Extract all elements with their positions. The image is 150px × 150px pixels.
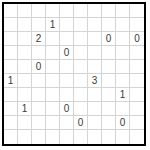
cell-r6c5[interactable] <box>74 88 88 102</box>
cell-r5c3[interactable] <box>46 74 60 88</box>
cell-r1c8[interactable] <box>116 18 130 32</box>
cell-r0c7[interactable] <box>102 4 116 18</box>
cell-r9c9[interactable] <box>130 130 144 144</box>
cell-r0c5[interactable] <box>74 4 88 18</box>
cell-r4c3[interactable] <box>46 60 60 74</box>
clue-cell-r2c2: 2 <box>32 32 46 46</box>
cell-r6c1[interactable] <box>18 88 32 102</box>
cell-r1c2[interactable] <box>32 18 46 32</box>
cell-r2c1[interactable] <box>18 32 32 46</box>
cell-r5c9[interactable] <box>130 74 144 88</box>
cell-r3c0[interactable] <box>4 46 18 60</box>
cell-r9c6[interactable] <box>88 130 102 144</box>
clue-cell-r8c5: 0 <box>74 116 88 130</box>
cell-r3c7[interactable] <box>102 46 116 60</box>
cell-r9c4[interactable] <box>60 130 74 144</box>
cell-r5c5[interactable] <box>74 74 88 88</box>
minesweeper-board: 1200001311000 <box>2 2 146 146</box>
cell-r0c4[interactable] <box>60 4 74 18</box>
cell-r9c3[interactable] <box>46 130 60 144</box>
cell-r7c6[interactable] <box>88 102 102 116</box>
cell-r7c3[interactable] <box>46 102 60 116</box>
cell-r5c2[interactable] <box>32 74 46 88</box>
clue-cell-r5c6: 3 <box>88 74 102 88</box>
cell-r3c9[interactable] <box>130 46 144 60</box>
cell-r2c3[interactable] <box>46 32 60 46</box>
cell-r6c4[interactable] <box>60 88 74 102</box>
cell-r9c0[interactable] <box>4 130 18 144</box>
cell-r7c8[interactable] <box>116 102 130 116</box>
cell-r9c2[interactable] <box>32 130 46 144</box>
cell-r5c8[interactable] <box>116 74 130 88</box>
cell-r8c3[interactable] <box>46 116 60 130</box>
cell-r8c0[interactable] <box>4 116 18 130</box>
cell-r7c9[interactable] <box>130 102 144 116</box>
cell-r8c2[interactable] <box>32 116 46 130</box>
cell-r7c7[interactable] <box>102 102 116 116</box>
cell-r1c0[interactable] <box>4 18 18 32</box>
cell-r2c6[interactable] <box>88 32 102 46</box>
cell-r6c9[interactable] <box>130 88 144 102</box>
clue-cell-r5c0: 1 <box>4 74 18 88</box>
clue-cell-r2c7: 0 <box>102 32 116 46</box>
cell-r3c1[interactable] <box>18 46 32 60</box>
cell-r7c5[interactable] <box>74 102 88 116</box>
cell-r4c8[interactable] <box>116 60 130 74</box>
clue-cell-r7c1: 1 <box>18 102 32 116</box>
clue-cell-r6c8: 1 <box>116 88 130 102</box>
cell-r9c5[interactable] <box>74 130 88 144</box>
cell-r3c6[interactable] <box>88 46 102 60</box>
cell-r8c7[interactable] <box>102 116 116 130</box>
clue-cell-r3c4: 0 <box>60 46 74 60</box>
cell-r1c7[interactable] <box>102 18 116 32</box>
cell-r7c0[interactable] <box>4 102 18 116</box>
cell-r9c8[interactable] <box>116 130 130 144</box>
cell-r1c4[interactable] <box>60 18 74 32</box>
cell-r0c2[interactable] <box>32 4 46 18</box>
cell-r3c2[interactable] <box>32 46 46 60</box>
cell-r6c3[interactable] <box>46 88 60 102</box>
clue-cell-r1c3: 1 <box>46 18 60 32</box>
cell-r4c5[interactable] <box>74 60 88 74</box>
cell-r4c7[interactable] <box>102 60 116 74</box>
cell-r1c1[interactable] <box>18 18 32 32</box>
cell-r3c8[interactable] <box>116 46 130 60</box>
clue-cell-r4c2: 0 <box>32 60 46 74</box>
cell-r9c7[interactable] <box>102 130 116 144</box>
cell-r5c4[interactable] <box>60 74 74 88</box>
cell-r4c4[interactable] <box>60 60 74 74</box>
cell-r3c5[interactable] <box>74 46 88 60</box>
cell-r5c1[interactable] <box>18 74 32 88</box>
cell-r7c2[interactable] <box>32 102 46 116</box>
cell-r4c1[interactable] <box>18 60 32 74</box>
cell-r8c6[interactable] <box>88 116 102 130</box>
cell-r4c6[interactable] <box>88 60 102 74</box>
cell-r8c1[interactable] <box>18 116 32 130</box>
cell-r0c9[interactable] <box>130 4 144 18</box>
cell-r1c6[interactable] <box>88 18 102 32</box>
clue-cell-r7c4: 0 <box>60 102 74 116</box>
cell-r1c5[interactable] <box>74 18 88 32</box>
cell-r6c2[interactable] <box>32 88 46 102</box>
cell-r6c0[interactable] <box>4 88 18 102</box>
cell-r1c9[interactable] <box>130 18 144 32</box>
cell-r0c8[interactable] <box>116 4 130 18</box>
cell-r2c0[interactable] <box>4 32 18 46</box>
clue-cell-r8c8: 0 <box>116 116 130 130</box>
cell-r0c1[interactable] <box>18 4 32 18</box>
cell-r4c9[interactable] <box>130 60 144 74</box>
cell-r4c0[interactable] <box>4 60 18 74</box>
cell-r8c9[interactable] <box>130 116 144 130</box>
cell-r5c7[interactable] <box>102 74 116 88</box>
cell-r0c6[interactable] <box>88 4 102 18</box>
cell-r3c3[interactable] <box>46 46 60 60</box>
cell-r0c3[interactable] <box>46 4 60 18</box>
clue-cell-r2c9: 0 <box>130 32 144 46</box>
cell-r9c1[interactable] <box>18 130 32 144</box>
cell-r6c6[interactable] <box>88 88 102 102</box>
cell-r2c8[interactable] <box>116 32 130 46</box>
cell-r8c4[interactable] <box>60 116 74 130</box>
cell-r2c5[interactable] <box>74 32 88 46</box>
cell-r6c7[interactable] <box>102 88 116 102</box>
cell-r0c0[interactable] <box>4 4 18 18</box>
cell-r2c4[interactable] <box>60 32 74 46</box>
